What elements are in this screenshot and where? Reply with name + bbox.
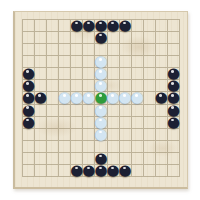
cell-k6[interactable] (144, 105, 156, 117)
cell-c2[interactable] (47, 153, 59, 165)
cell-l11[interactable] (156, 44, 168, 56)
cell-j4[interactable] (132, 129, 144, 141)
cell-l2[interactable] (156, 153, 168, 165)
cell-i10[interactable] (120, 56, 132, 68)
tafl-board: ●●●●●●●●●●●●●●●●●●●●●●●●●●●●●●●●●●●●● (13, 11, 188, 189)
attacker-stone[interactable]: ● (118, 163, 133, 178)
cell-i11[interactable] (120, 44, 132, 56)
cell-b9[interactable] (35, 68, 47, 80)
cell-k13[interactable] (144, 20, 156, 32)
cell-j3[interactable] (132, 141, 144, 153)
cell-m11[interactable] (168, 44, 180, 56)
cell-i13[interactable]: ● (120, 20, 132, 32)
cell-m3[interactable] (168, 141, 180, 153)
cell-e10[interactable] (71, 56, 83, 68)
cell-h4[interactable] (108, 129, 120, 141)
cell-j7[interactable]: ● (132, 92, 144, 104)
defender-stone[interactable]: ● (130, 90, 145, 105)
cell-d4[interactable] (59, 129, 71, 141)
cell-h10[interactable] (108, 56, 120, 68)
cell-b6[interactable] (35, 105, 47, 117)
cell-d6[interactable] (59, 105, 71, 117)
cell-e4[interactable] (71, 129, 83, 141)
cell-d10[interactable] (59, 56, 71, 68)
cell-i5[interactable] (120, 117, 132, 129)
cell-d3[interactable] (59, 141, 71, 153)
cell-c3[interactable] (47, 141, 59, 153)
cell-c1[interactable] (47, 165, 59, 177)
attacker-stone[interactable]: ● (166, 115, 181, 130)
cell-g12[interactable]: ● (95, 32, 107, 44)
board-grid: ●●●●●●●●●●●●●●●●●●●●●●●●●●●●●●●●●●●●● (22, 19, 180, 177)
cell-j13[interactable] (132, 20, 144, 32)
cell-b12[interactable] (35, 32, 47, 44)
cell-j9[interactable] (132, 68, 144, 80)
cell-k11[interactable] (144, 44, 156, 56)
cell-d12[interactable] (59, 32, 71, 44)
cell-c6[interactable] (47, 105, 59, 117)
cell-i3[interactable] (120, 141, 132, 153)
cell-e9[interactable] (71, 68, 83, 80)
cell-k4[interactable] (144, 129, 156, 141)
cell-j2[interactable] (132, 153, 144, 165)
cell-g4[interactable]: ● (95, 129, 107, 141)
cell-i1[interactable]: ● (120, 165, 132, 177)
cell-b7[interactable]: ● (35, 92, 47, 104)
cell-a3[interactable] (23, 141, 35, 153)
cell-i12[interactable] (120, 32, 132, 44)
cell-k5[interactable] (144, 117, 156, 129)
product-photo: ●●●●●●●●●●●●●●●●●●●●●●●●●●●●●●●●●●●●● (0, 0, 200, 200)
cell-b1[interactable] (35, 165, 47, 177)
cell-m12[interactable] (168, 32, 180, 44)
cell-c9[interactable] (47, 68, 59, 80)
cell-d5[interactable] (59, 117, 71, 129)
cell-c4[interactable] (47, 129, 59, 141)
cell-d9[interactable] (59, 68, 71, 80)
cell-j10[interactable] (132, 56, 144, 68)
cell-l1[interactable] (156, 165, 168, 177)
defender-stone[interactable]: ● (93, 127, 108, 142)
cell-m5[interactable]: ● (168, 117, 180, 129)
cell-e5[interactable] (71, 117, 83, 129)
cell-b13[interactable] (35, 20, 47, 32)
cell-j5[interactable] (132, 117, 144, 129)
cell-a13[interactable] (23, 20, 35, 32)
cell-h12[interactable] (108, 32, 120, 44)
cell-b5[interactable] (35, 117, 47, 129)
cell-b3[interactable] (35, 141, 47, 153)
cell-d11[interactable] (59, 44, 71, 56)
cell-b4[interactable] (35, 129, 47, 141)
cell-a11[interactable] (23, 44, 35, 56)
cell-c10[interactable] (47, 56, 59, 68)
cell-h11[interactable] (108, 44, 120, 56)
cell-j11[interactable] (132, 44, 144, 56)
cell-l13[interactable] (156, 20, 168, 32)
cell-e12[interactable] (71, 32, 83, 44)
cell-m4[interactable] (168, 129, 180, 141)
cell-j12[interactable] (132, 32, 144, 44)
cell-m13[interactable] (168, 20, 180, 32)
cell-k3[interactable] (144, 141, 156, 153)
cell-e3[interactable] (71, 141, 83, 153)
cell-c5[interactable] (47, 117, 59, 129)
cell-l4[interactable] (156, 129, 168, 141)
cell-i6[interactable] (120, 105, 132, 117)
cell-j1[interactable] (132, 165, 144, 177)
cell-h3[interactable] (108, 141, 120, 153)
cell-i9[interactable] (120, 68, 132, 80)
cell-e6[interactable] (71, 105, 83, 117)
attacker-stone[interactable]: ● (21, 115, 36, 130)
cell-a12[interactable] (23, 32, 35, 44)
cell-a5[interactable]: ● (23, 117, 35, 129)
attacker-stone[interactable]: ● (93, 30, 108, 45)
cell-m1[interactable] (168, 165, 180, 177)
cell-c11[interactable] (47, 44, 59, 56)
cell-l3[interactable] (156, 141, 168, 153)
cell-j6[interactable] (132, 105, 144, 117)
cell-h5[interactable] (108, 117, 120, 129)
cell-m2[interactable] (168, 153, 180, 165)
cell-l12[interactable] (156, 32, 168, 44)
cell-c13[interactable] (47, 20, 59, 32)
cell-a1[interactable] (23, 165, 35, 177)
cell-k2[interactable] (144, 153, 156, 165)
cell-k1[interactable] (144, 165, 156, 177)
attacker-stone[interactable]: ● (118, 18, 133, 33)
cell-i4[interactable] (120, 129, 132, 141)
cell-b10[interactable] (35, 56, 47, 68)
cell-k9[interactable] (144, 68, 156, 80)
cell-k10[interactable] (144, 56, 156, 68)
cell-k12[interactable] (144, 32, 156, 44)
cell-b2[interactable] (35, 153, 47, 165)
cell-h6[interactable] (108, 105, 120, 117)
cell-a4[interactable] (23, 129, 35, 141)
cell-e11[interactable] (71, 44, 83, 56)
cell-b11[interactable] (35, 44, 47, 56)
cell-c12[interactable] (47, 32, 59, 44)
cell-h9[interactable] (108, 68, 120, 80)
cell-a2[interactable] (23, 153, 35, 165)
